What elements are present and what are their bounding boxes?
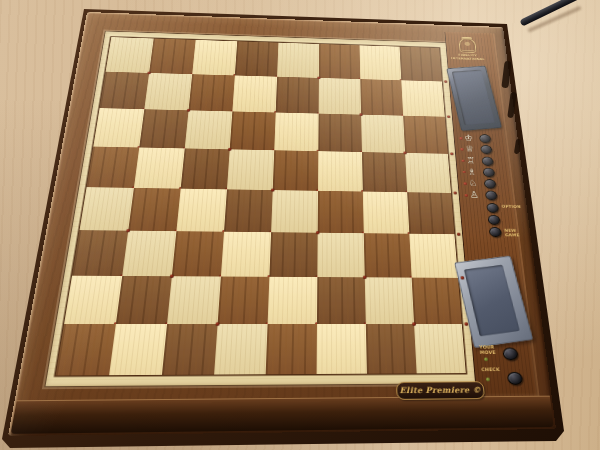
- square-corner-led: [316, 231, 320, 234]
- square-corner-led: [317, 77, 320, 80]
- square-a4[interactable]: [80, 187, 134, 231]
- model-plaque: Elite Premiere ©: [396, 381, 485, 400]
- square-h4[interactable]: [407, 192, 454, 234]
- square-c1[interactable]: [162, 324, 218, 375]
- square-g2[interactable]: [365, 277, 414, 324]
- square-g6[interactable]: [361, 115, 405, 153]
- piece-button-rook[interactable]: [481, 156, 493, 165]
- lower-display-screen: [464, 265, 520, 336]
- square-f1[interactable]: [317, 324, 367, 374]
- border-led: [457, 233, 461, 236]
- border-led: [450, 152, 454, 155]
- square-d8[interactable]: [235, 41, 279, 76]
- border-led: [460, 276, 464, 279]
- square-c6[interactable]: [185, 110, 233, 149]
- square-g8[interactable]: [360, 45, 402, 80]
- check-indicator: CHECK: [476, 367, 540, 389]
- square-d2[interactable]: [218, 277, 270, 325]
- border-led: [447, 115, 450, 118]
- square-f8[interactable]: [319, 44, 360, 79]
- function-button-new-game[interactable]: [489, 227, 502, 237]
- check-button[interactable]: [507, 372, 523, 385]
- square-f3[interactable]: [317, 233, 364, 278]
- square-h7[interactable]: [401, 80, 444, 116]
- square-d6[interactable]: [230, 111, 276, 150]
- board-squares: [56, 37, 466, 375]
- border-led: [464, 322, 468, 325]
- photo-of-chess-computer: FIDELITY INTERNATIONAL ♔♕♖♗♘♙OPTIONNEW G…: [0, 0, 600, 450]
- bishop-icon: ♗: [467, 167, 477, 176]
- chess-computer-board: FIDELITY INTERNATIONAL ♔♕♖♗♘♙OPTIONNEW G…: [8, 12, 556, 436]
- square-b3[interactable]: [122, 231, 176, 277]
- piece-button-row-bishop: ♗: [458, 166, 513, 179]
- brand-text: FIDELITY INTERNATIONAL: [446, 53, 489, 61]
- square-a8[interactable]: [106, 37, 154, 73]
- bishop-led: [462, 171, 465, 174]
- square-corner-led: [403, 152, 406, 155]
- square-e6[interactable]: [274, 113, 318, 152]
- check-led: [486, 378, 490, 381]
- square-c4[interactable]: [176, 189, 227, 232]
- square-e7[interactable]: [276, 77, 319, 114]
- square-d7[interactable]: [232, 75, 277, 112]
- square-d1[interactable]: [214, 324, 267, 375]
- square-f6[interactable]: [318, 114, 362, 152]
- king-led: [459, 137, 462, 139]
- square-f2[interactable]: [317, 277, 366, 324]
- square-d3[interactable]: [221, 232, 271, 277]
- piece-button-pawn[interactable]: [485, 191, 498, 201]
- function-button-option[interactable]: [486, 203, 499, 213]
- square-g5[interactable]: [362, 152, 407, 192]
- function-button-row-new-game: NEW GAME: [463, 226, 521, 239]
- function-button-label: OPTION: [501, 205, 517, 209]
- your-move-indicator: YOUR MOVE: [474, 345, 537, 367]
- pawn-led: [465, 194, 468, 197]
- square-c5[interactable]: [181, 148, 230, 189]
- piece-button-row-pawn: ♙: [460, 190, 516, 203]
- square-e8[interactable]: [277, 43, 319, 78]
- square-g7[interactable]: [360, 79, 403, 116]
- function-button-row-option: OPTION: [461, 202, 518, 215]
- square-c3[interactable]: [172, 231, 224, 276]
- square-c8[interactable]: [192, 40, 237, 76]
- knight-led: [463, 182, 466, 185]
- square-c2[interactable]: [167, 276, 221, 324]
- square-corner-led: [363, 276, 367, 279]
- square-d4[interactable]: [224, 189, 273, 232]
- square-e5[interactable]: [273, 150, 319, 191]
- square-g1[interactable]: [366, 324, 417, 374]
- square-b1[interactable]: [109, 324, 167, 375]
- square-e4[interactable]: [271, 190, 318, 233]
- piece-button-queen[interactable]: [480, 145, 492, 154]
- function-button-unlabeled[interactable]: [488, 215, 501, 225]
- square-g3[interactable]: [364, 233, 412, 277]
- square-d5[interactable]: [227, 149, 274, 190]
- square-b2[interactable]: [116, 276, 172, 324]
- square-b4[interactable]: [128, 188, 180, 231]
- square-b6[interactable]: [139, 109, 188, 148]
- function-button-label: NEW GAME: [504, 229, 520, 238]
- square-e1[interactable]: [266, 324, 317, 374]
- square-a3[interactable]: [72, 230, 128, 276]
- square-f7[interactable]: [319, 78, 361, 115]
- square-e2[interactable]: [268, 277, 318, 324]
- square-h8[interactable]: [400, 47, 442, 82]
- square-c7[interactable]: [189, 74, 235, 111]
- square-corner-led: [412, 322, 416, 325]
- border-led: [444, 80, 447, 83]
- rook-icon: ♖: [466, 156, 476, 165]
- function-button-row-unlabeled: [462, 214, 519, 227]
- square-b5[interactable]: [134, 147, 185, 188]
- square-corner-led: [359, 113, 362, 116]
- border-led: [453, 192, 457, 195]
- your-move-label: YOUR MOVE: [479, 345, 497, 355]
- square-h1[interactable]: [414, 324, 466, 373]
- piece-button-king[interactable]: [479, 134, 491, 143]
- queen-led: [460, 148, 463, 150]
- square-b8[interactable]: [149, 38, 196, 74]
- square-a6[interactable]: [93, 108, 144, 147]
- square-e3[interactable]: [269, 232, 317, 277]
- piece-button-row-knight: ♘: [459, 178, 515, 191]
- upper-display-screen: [452, 70, 495, 125]
- square-b7[interactable]: [144, 73, 192, 110]
- piece-button-knight[interactable]: [484, 179, 497, 189]
- square-a1[interactable]: [56, 324, 116, 375]
- square-g4[interactable]: [363, 192, 410, 234]
- square-a5[interactable]: [87, 147, 140, 188]
- king-icon: ♔: [464, 134, 474, 143]
- square-h2[interactable]: [412, 278, 462, 324]
- pawn-icon: ♙: [469, 191, 479, 201]
- square-f5[interactable]: [318, 151, 363, 191]
- square-h3[interactable]: [409, 234, 458, 278]
- square-f4[interactable]: [318, 191, 364, 233]
- check-label: CHECK: [481, 367, 499, 372]
- piece-button-bishop[interactable]: [483, 168, 495, 177]
- square-h5[interactable]: [405, 153, 451, 193]
- knight-icon: ♘: [468, 179, 478, 188]
- rook-led: [461, 159, 464, 161]
- your-move-button[interactable]: [502, 348, 518, 361]
- queen-icon: ♕: [465, 145, 475, 154]
- square-a7[interactable]: [100, 72, 150, 110]
- your-move-led: [484, 358, 488, 361]
- square-a2[interactable]: [64, 276, 122, 324]
- square-h6[interactable]: [403, 116, 448, 154]
